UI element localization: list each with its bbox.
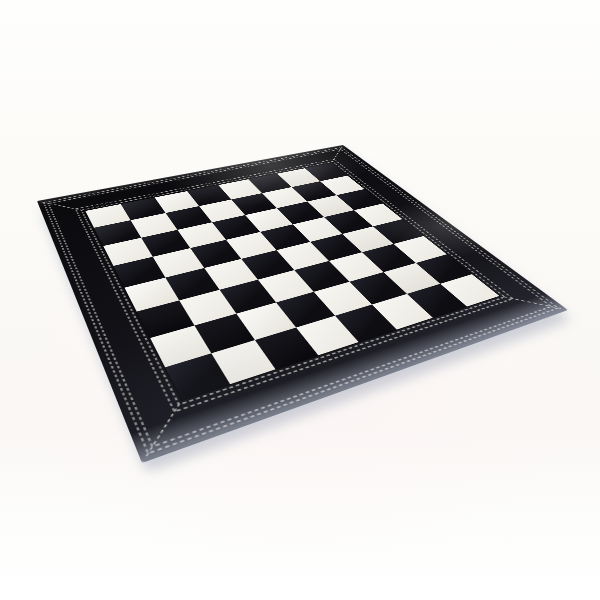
studio-background xyxy=(0,0,600,600)
miter-seam xyxy=(503,287,561,319)
miter-seam xyxy=(42,196,83,217)
miter-seam xyxy=(318,147,356,162)
